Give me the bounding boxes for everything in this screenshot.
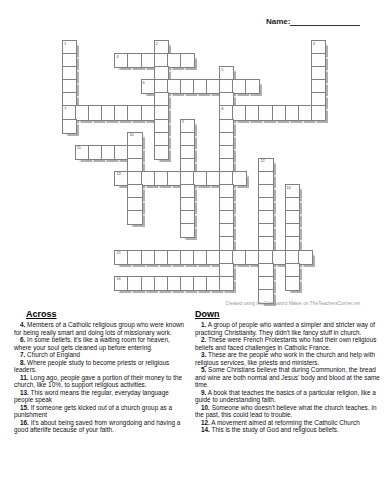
clue-number: 9 (182, 120, 184, 124)
grid-cell[interactable] (181, 172, 194, 185)
clue-number: 13 (116, 172, 120, 176)
grid-cell[interactable] (168, 172, 181, 185)
grid-cell[interactable] (286, 237, 299, 250)
down-clue-list: 1. A group of people who wanted a simple… (195, 321, 386, 434)
grid-cell[interactable] (273, 106, 286, 119)
grid-cell[interactable] (286, 198, 299, 211)
grid-cell[interactable] (115, 106, 128, 119)
grid-cell[interactable]: 7 (63, 106, 76, 119)
grid-cell[interactable] (194, 80, 207, 93)
clue-item: 4. Members of a Catholic religious group… (14, 321, 185, 336)
grid-cell[interactable] (181, 54, 194, 67)
clue-item: 5. Some Christians believe that during C… (195, 366, 386, 389)
grid-cell[interactable] (155, 251, 168, 264)
grid-cell[interactable]: 13 (115, 172, 128, 185)
grid-cell[interactable]: 11 (76, 146, 89, 159)
clue-number: 11 (77, 146, 81, 150)
clue-item: 8. Where people study to become priests … (14, 359, 185, 374)
clue-item: 10. Someone who doesn't believe what the… (195, 404, 386, 419)
grid-cell[interactable] (155, 277, 168, 290)
grid-cell[interactable] (259, 264, 272, 277)
clue-item-number: 3. (201, 351, 206, 358)
grid-cell[interactable] (207, 277, 220, 290)
grid-cell[interactable] (233, 80, 246, 93)
clue-item: 7. Church of England (14, 351, 185, 359)
grid-cell[interactable] (168, 251, 181, 264)
clue-item-number: 5. (201, 366, 206, 373)
grid-cell[interactable] (233, 251, 246, 264)
grid-cell[interactable] (128, 211, 141, 224)
name-line: Name: (266, 17, 360, 26)
grid-cell[interactable] (299, 106, 312, 119)
credit-line: Created using the Crossword Maker on The… (225, 301, 360, 306)
grid-cell[interactable] (155, 120, 168, 133)
grid-cell[interactable] (286, 277, 299, 290)
grid-cell[interactable] (89, 146, 102, 159)
grid-cell[interactable] (181, 211, 194, 224)
grid-cell[interactable] (194, 251, 207, 264)
grid-cell[interactable] (220, 146, 233, 159)
grid-cell[interactable] (181, 224, 194, 237)
grid-cell[interactable] (168, 277, 181, 290)
grid-cell[interactable]: 6 (142, 80, 155, 93)
grid-cell[interactable] (89, 106, 102, 119)
grid-cell[interactable] (76, 106, 89, 119)
clue-item-number: 8. (20, 359, 25, 366)
grid-cell[interactable]: 12 (259, 159, 272, 172)
clue-number: 8 (221, 107, 223, 111)
grid-cell[interactable] (142, 277, 155, 290)
grid-cell[interactable] (220, 237, 233, 250)
down-section: Down 1. A group of people who wanted a s… (185, 309, 386, 434)
grid-cell[interactable] (233, 106, 246, 119)
grid-cell[interactable] (273, 251, 286, 264)
grid-cell[interactable] (220, 251, 233, 264)
grid-cell[interactable] (220, 185, 233, 198)
clue-item-number: 9. (201, 389, 206, 396)
name-blank-field[interactable] (290, 17, 360, 26)
grid-cell[interactable] (181, 251, 194, 264)
grid-cell[interactable] (142, 251, 155, 264)
grid-cell[interactable] (115, 146, 128, 159)
grid-cell[interactable] (259, 106, 272, 119)
grid-cell[interactable] (181, 159, 194, 172)
grid-cell[interactable] (259, 198, 272, 211)
grid-cell[interactable] (259, 277, 272, 290)
clue-item-number: 11. (20, 374, 29, 381)
grid-cell[interactable] (142, 172, 155, 185)
clue-number: 15 (116, 251, 120, 255)
grid-cell[interactable] (155, 146, 168, 159)
grid-cell[interactable] (155, 54, 168, 67)
grid-cell[interactable] (128, 159, 141, 172)
grid-cell[interactable] (220, 172, 233, 185)
clue-item: 13. This word means the regular, everyda… (14, 389, 185, 404)
grid-cell[interactable] (168, 54, 181, 67)
grid-cell[interactable] (142, 54, 155, 67)
grid-cell[interactable] (128, 185, 141, 198)
grid-cell[interactable] (63, 67, 76, 80)
grid-cell[interactable] (128, 54, 141, 67)
grid-cell[interactable] (155, 133, 168, 146)
grid-cell[interactable] (312, 80, 325, 93)
clue-item-number: 15. (20, 404, 29, 411)
clue-number: 16 (116, 277, 120, 281)
grid-cell[interactable] (128, 172, 141, 185)
grid-cell[interactable]: 4 (115, 54, 128, 67)
clue-item: 9. A book that teaches the basics of a p… (195, 389, 386, 404)
clue-item-number: 12. (201, 419, 210, 426)
down-heading: Down (195, 309, 386, 319)
grid-cell[interactable] (155, 67, 168, 80)
clue-number: 5 (221, 68, 223, 72)
clue-number: 6 (143, 81, 145, 85)
grid-cell[interactable]: 2 (155, 41, 168, 54)
grid-cell[interactable] (155, 106, 168, 119)
grid-cell[interactable] (220, 93, 233, 106)
grid-cell[interactable] (286, 264, 299, 277)
clue-item-number: 14. (201, 426, 210, 433)
grid-cell[interactable] (155, 172, 168, 185)
grid-cell[interactable] (220, 198, 233, 211)
grid-cell[interactable]: 5 (220, 67, 233, 80)
grid-cell[interactable] (181, 198, 194, 211)
grid-cell[interactable]: 8 (220, 106, 233, 119)
clue-item: 11. Long ago, people gave a portion of t… (14, 374, 185, 389)
clue-number: 3 (313, 42, 315, 46)
grid-cell[interactable]: 10 (128, 133, 141, 146)
grid-cell[interactable] (207, 80, 220, 93)
grid-cell[interactable] (286, 106, 299, 119)
grid-cell[interactable] (128, 277, 141, 290)
clue-item-number: 6. (20, 336, 25, 343)
grid-cell[interactable] (246, 251, 259, 264)
grid-cell[interactable] (246, 80, 259, 93)
grid-cell[interactable] (181, 80, 194, 93)
grid-cell[interactable]: 14 (286, 185, 299, 198)
grid-cell[interactable] (155, 80, 168, 93)
grid-cell[interactable] (233, 172, 246, 185)
grid-cell[interactable]: 9 (181, 120, 194, 133)
grid-cell[interactable] (220, 277, 233, 290)
clue-number: 14 (287, 186, 291, 190)
clue-item: 12. A movement aimed at reforming the Ca… (195, 419, 386, 427)
grid-cell[interactable]: 1 (63, 41, 76, 54)
clue-number: 7 (64, 107, 66, 111)
across-clue-list: 4. Members of a Catholic religious group… (14, 321, 185, 434)
clue-number: 12 (260, 159, 264, 163)
grid-cell[interactable] (259, 224, 272, 237)
grid-cell[interactable] (246, 106, 259, 119)
clue-item: 2. These were French Protestants who had… (195, 336, 386, 351)
clue-item: 16. It's about being saved from wrongdoi… (14, 419, 185, 434)
clue-item: 15. If someone gets kicked out of a chur… (14, 404, 185, 419)
grid-cell[interactable] (207, 251, 220, 264)
grid-cell[interactable] (220, 159, 233, 172)
grid-cell[interactable] (207, 172, 220, 185)
grid-cell[interactable] (220, 211, 233, 224)
clue-number: 4 (116, 55, 118, 59)
clue-area: Across 4. Members of a Catholic religiou… (0, 309, 386, 434)
clue-number: 2 (156, 42, 158, 46)
grid-cell[interactable] (220, 133, 233, 146)
grid-cell[interactable] (63, 93, 76, 106)
across-section: Across 4. Members of a Catholic religiou… (0, 309, 185, 434)
clue-item-number: 4. (20, 321, 25, 328)
clue-item: 3. These are the people who work in the … (195, 351, 386, 366)
grid-cell[interactable] (259, 237, 272, 250)
grid-cell[interactable] (259, 172, 272, 185)
worksheet-page: Name: 12345678910111213141516 Created us… (0, 0, 386, 500)
grid-cell[interactable] (220, 224, 233, 237)
grid-cell[interactable] (286, 211, 299, 224)
grid-cell[interactable] (128, 146, 141, 159)
clue-item-number: 2. (201, 336, 206, 343)
grid-cell[interactable] (312, 54, 325, 67)
grid-cell[interactable] (181, 185, 194, 198)
grid-cell[interactable] (63, 54, 76, 67)
grid-cell[interactable] (286, 251, 299, 264)
grid-cell[interactable] (299, 251, 312, 264)
grid-cell[interactable] (168, 80, 181, 93)
clue-item-number: 1. (201, 321, 206, 328)
grid-cell[interactable]: 15 (115, 251, 128, 264)
grid-cell[interactable] (259, 251, 272, 264)
clue-item-number: 13. (20, 389, 29, 396)
clue-item: 14. This is the study of God and religio… (195, 426, 386, 434)
grid-cell[interactable] (312, 93, 325, 106)
grid-cell[interactable] (259, 211, 272, 224)
grid-cell[interactable] (128, 198, 141, 211)
grid-cell[interactable] (220, 264, 233, 277)
grid-cell[interactable] (312, 67, 325, 80)
grid-cell[interactable] (181, 133, 194, 146)
grid-cell[interactable] (286, 224, 299, 237)
clue-item: 6. In some beliefs, it's like a waiting … (14, 336, 185, 351)
grid-cell[interactable] (181, 146, 194, 159)
grid-cell[interactable] (102, 106, 115, 119)
clue-number: 10 (129, 133, 133, 137)
grid-cell[interactable] (220, 120, 233, 133)
grid-cell[interactable]: 3 (312, 41, 325, 54)
grid-cell[interactable] (128, 251, 141, 264)
crossword-grid: 12345678910111213141516 (63, 41, 325, 303)
grid-cell[interactable] (102, 146, 115, 159)
grid-cell[interactable] (142, 106, 155, 119)
grid-cell[interactable] (155, 93, 168, 106)
clue-item-number: 10. (201, 404, 210, 411)
clue-item: 1. A group of people who wanted a simple… (195, 321, 386, 336)
name-label: Name: (266, 17, 290, 26)
grid-cell[interactable] (194, 172, 207, 185)
grid-cell[interactable] (220, 80, 233, 93)
grid-cell[interactable]: 16 (115, 277, 128, 290)
grid-cell[interactable] (63, 80, 76, 93)
grid-cell[interactable] (312, 106, 325, 119)
across-heading: Across (26, 309, 185, 319)
grid-cell[interactable] (181, 277, 194, 290)
clue-number: 1 (64, 42, 66, 46)
grid-cell[interactable] (63, 120, 76, 133)
grid-cell[interactable] (259, 185, 272, 198)
clue-item-number: 16. (20, 419, 29, 426)
grid-cell[interactable] (194, 277, 207, 290)
clue-item-number: 7. (20, 351, 25, 358)
grid-cell[interactable] (128, 106, 141, 119)
